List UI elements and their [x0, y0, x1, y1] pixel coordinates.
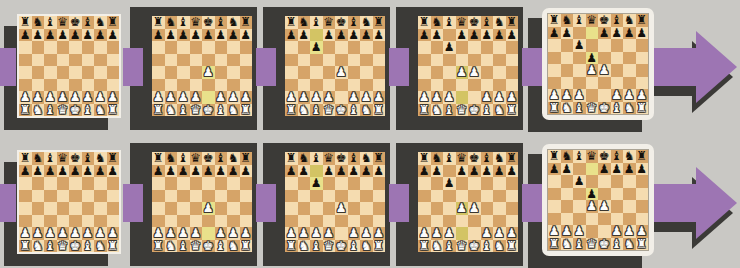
white-pawn-piece: ♟ — [298, 91, 309, 103]
chess-board: ♜♞♝♛♚♝♞♜♟♟♟♟♟♟♟♟♟♟♟♟♟♟♟♟♜♞♝♛♚♝♞♜ — [547, 13, 649, 115]
square-b5 — [32, 190, 45, 203]
square-g5 — [493, 190, 506, 203]
black-pawn-piece: ♟ — [373, 29, 384, 41]
square-a2: ♟ — [19, 91, 32, 104]
square-e2: ♟ — [69, 91, 82, 104]
square-b1: ♞ — [298, 104, 311, 117]
square-a8: ♜ — [285, 16, 298, 29]
square-b1: ♞ — [561, 102, 574, 115]
black-pawn-piece: ♟ — [57, 165, 68, 177]
square-d6 — [323, 177, 336, 190]
square-a4 — [152, 202, 165, 215]
square-b4 — [165, 66, 178, 79]
square-f3 — [82, 215, 95, 228]
black-queen-piece: ♛ — [323, 16, 334, 28]
square-d7: ♟ — [190, 29, 203, 42]
square-d4 — [57, 66, 70, 79]
square-b2: ♟ — [298, 91, 311, 104]
square-a4 — [152, 66, 165, 79]
square-g4 — [493, 66, 506, 79]
square-e3 — [598, 213, 611, 226]
square-g1: ♞ — [94, 240, 107, 253]
white-pawn-piece: ♟ — [469, 66, 480, 78]
square-e5 — [69, 190, 82, 203]
square-g5 — [94, 190, 107, 203]
white-rook-piece: ♜ — [20, 104, 31, 116]
square-c3 — [443, 215, 456, 228]
square-e6 — [598, 175, 611, 188]
white-queen-piece: ♛ — [323, 240, 334, 252]
white-pawn-piece: ♟ — [107, 227, 118, 239]
square-g7: ♟ — [623, 27, 636, 40]
square-d3 — [190, 79, 203, 92]
square-c2: ♟ — [573, 225, 586, 238]
white-knight-piece: ♞ — [361, 104, 372, 116]
square-f1: ♝ — [611, 238, 624, 251]
square-a4 — [418, 202, 431, 215]
square-d5 — [323, 54, 336, 67]
square-h6 — [506, 177, 519, 190]
square-a3 — [19, 215, 32, 228]
square-b5 — [32, 54, 45, 67]
square-c6: ♟ — [310, 41, 323, 54]
square-e4: ♟ — [202, 66, 215, 79]
square-b4 — [165, 202, 178, 215]
square-g3 — [94, 215, 107, 228]
square-h4 — [107, 202, 120, 215]
white-queen-piece: ♛ — [456, 104, 467, 116]
square-e3 — [202, 215, 215, 228]
board-thumbnail-top-row-after-2-d5-selected[interactable]: ♜♞♝♛♚♝♞♜♟♟♟♟♟♟♟♟♟♟♟♟♟♟♟♟♜♞♝♛♚♝♞♜ — [542, 8, 654, 120]
square-h8: ♜ — [240, 152, 253, 165]
board-thumbnail-top-row-after-2-d4[interactable]: ♜♞♝♛♚♝♞♜♟♟♟♟♟♟♟♟♟♟♟♟♟♟♟♟♜♞♝♛♚♝♞♜ — [416, 14, 520, 118]
square-f4 — [611, 64, 624, 77]
square-c1: ♝ — [310, 240, 323, 253]
white-pawn-piece: ♟ — [444, 227, 455, 239]
square-h3 — [240, 215, 253, 228]
board-thumbnail-bottom-row-initial[interactable]: ♜♞♝♛♚♝♞♜♟♟♟♟♟♟♟♟♟♟♟♟♟♟♟♟♜♞♝♛♚♝♞♜ — [17, 150, 121, 254]
black-pawn-piece: ♟ — [419, 29, 430, 41]
square-g1: ♞ — [360, 240, 373, 253]
square-h5 — [636, 188, 649, 201]
square-f4 — [611, 200, 624, 213]
square-g3 — [493, 215, 506, 228]
white-pawn-piece: ♟ — [456, 202, 467, 214]
square-d4: ♟ — [586, 200, 599, 213]
square-d5 — [323, 190, 336, 203]
square-h7: ♟ — [373, 29, 386, 42]
white-pawn-piece: ♟ — [506, 227, 517, 239]
square-f2: ♟ — [215, 227, 228, 240]
square-f7: ♟ — [481, 29, 494, 42]
square-c6: ♟ — [443, 41, 456, 54]
square-h1: ♜ — [373, 104, 386, 117]
white-pawn-piece: ♟ — [574, 89, 585, 101]
square-b8: ♞ — [165, 16, 178, 29]
flow-connector — [256, 184, 276, 222]
square-a4 — [19, 66, 32, 79]
square-d2: ♟ — [57, 227, 70, 240]
black-pawn-piece: ♟ — [178, 165, 189, 177]
square-f8: ♝ — [611, 150, 624, 163]
square-a2: ♟ — [418, 91, 431, 104]
square-g5 — [94, 54, 107, 67]
square-e4: ♟ — [468, 202, 481, 215]
square-d1: ♛ — [190, 240, 203, 253]
square-e4 — [69, 202, 82, 215]
square-h6 — [107, 41, 120, 54]
square-g5 — [227, 190, 240, 203]
white-pawn-piece: ♟ — [153, 227, 164, 239]
opening-flow-canvas: ♜♞♝♛♚♝♞♜♟♟♟♟♟♟♟♟♟♟♟♟♟♟♟♟♜♞♝♛♚♝♞♜♜♞♝♛♚♝♞♜… — [0, 0, 740, 268]
square-e5 — [598, 52, 611, 65]
square-f2: ♟ — [481, 227, 494, 240]
square-f2: ♟ — [611, 225, 624, 238]
square-g3 — [360, 79, 373, 92]
square-h3 — [373, 215, 386, 228]
square-e3 — [468, 79, 481, 92]
square-c6 — [44, 41, 57, 54]
square-e3 — [202, 79, 215, 92]
board-thumbnail-top-row-initial[interactable]: ♜♞♝♛♚♝♞♜♟♟♟♟♟♟♟♟♟♟♟♟♟♟♟♟♜♞♝♛♚♝♞♜ — [17, 14, 121, 118]
square-e2 — [468, 227, 481, 240]
black-queen-piece: ♛ — [586, 14, 597, 26]
square-c8: ♝ — [443, 16, 456, 29]
square-d1: ♛ — [586, 238, 599, 251]
white-pawn-piece: ♟ — [32, 227, 43, 239]
board-thumbnail-bottom-row-after-1-c6[interactable]: ♜♞♝♛♚♝♞♜♟♟♟♟♟♟♟♟♟♟♟♟♟♟♟♟♜♞♝♛♚♝♞♜ — [283, 150, 387, 254]
square-f6 — [82, 177, 95, 190]
square-f5 — [215, 54, 228, 67]
flow-connector — [123, 184, 143, 222]
black-pawn-piece: ♟ — [494, 165, 505, 177]
chess-board: ♜♞♝♛♚♝♞♜♟♟♟♟♟♟♟♟♟♟♟♟♟♟♟♟♜♞♝♛♚♝♞♜ — [17, 150, 121, 254]
square-a6 — [19, 41, 32, 54]
square-h6 — [636, 175, 649, 188]
white-pawn-piece: ♟ — [215, 91, 226, 103]
square-h1: ♜ — [240, 240, 253, 253]
square-f8: ♝ — [611, 14, 624, 27]
square-g7: ♟ — [493, 165, 506, 178]
square-a1: ♜ — [19, 104, 32, 117]
square-h2: ♟ — [636, 89, 649, 102]
square-d6 — [586, 175, 599, 188]
square-f4 — [348, 202, 361, 215]
square-g3 — [623, 213, 636, 226]
black-pawn-piece: ♟ — [481, 29, 492, 41]
white-pawn-piece: ♟ — [70, 91, 81, 103]
square-e6 — [335, 177, 348, 190]
white-pawn-piece: ♟ — [611, 225, 622, 237]
square-a7: ♟ — [19, 165, 32, 178]
flow-connector — [0, 184, 16, 222]
square-e6 — [202, 177, 215, 190]
square-a1: ♜ — [548, 102, 561, 115]
square-g6 — [227, 41, 240, 54]
white-pawn-piece: ♟ — [636, 225, 647, 237]
square-d3 — [323, 79, 336, 92]
white-rook-piece: ♜ — [549, 238, 560, 250]
square-a6 — [19, 177, 32, 190]
black-pawn-piece: ♟ — [336, 29, 347, 41]
black-rook-piece: ♜ — [20, 16, 31, 28]
square-c1: ♝ — [443, 104, 456, 117]
square-e4: ♟ — [468, 66, 481, 79]
white-pawn-piece: ♟ — [165, 91, 176, 103]
board-thumbnail-top-row-after-1-e4[interactable]: ♜♞♝♛♚♝♞♜♟♟♟♟♟♟♟♟♟♟♟♟♟♟♟♟♜♞♝♛♚♝♞♜ — [150, 14, 254, 118]
square-d2 — [456, 91, 469, 104]
black-queen-piece: ♛ — [190, 152, 201, 164]
square-b2: ♟ — [561, 89, 574, 102]
square-c7: ♟ — [44, 165, 57, 178]
square-a6 — [418, 177, 431, 190]
white-king-piece: ♚ — [336, 240, 347, 252]
square-h5 — [107, 190, 120, 203]
square-h2: ♟ — [506, 91, 519, 104]
black-queen-piece: ♛ — [456, 152, 467, 164]
square-f8: ♝ — [82, 16, 95, 29]
square-e8: ♚ — [598, 14, 611, 27]
board-thumbnail-top-row-after-1-c6[interactable]: ♜♞♝♛♚♝♞♜♟♟♟♟♟♟♟♟♟♟♟♟♟♟♟♟♜♞♝♛♚♝♞♜ — [283, 14, 387, 118]
square-c6: ♟ — [310, 177, 323, 190]
square-d7: ♟ — [456, 165, 469, 178]
square-f8: ♝ — [82, 152, 95, 165]
square-d2: ♟ — [190, 227, 203, 240]
square-b1: ♞ — [298, 240, 311, 253]
white-rook-piece: ♜ — [153, 240, 164, 252]
square-a1: ♜ — [152, 104, 165, 117]
square-a5 — [418, 54, 431, 67]
square-b6 — [165, 41, 178, 54]
black-bishop-piece: ♝ — [215, 16, 226, 28]
square-a6 — [418, 41, 431, 54]
square-f6 — [611, 39, 624, 52]
white-pawn-piece: ♟ — [95, 227, 106, 239]
square-b5 — [431, 190, 444, 203]
square-g7: ♟ — [360, 165, 373, 178]
square-d6 — [190, 177, 203, 190]
square-c8: ♝ — [573, 150, 586, 163]
flow-connector — [522, 184, 542, 222]
square-a3 — [285, 215, 298, 228]
square-h3 — [373, 79, 386, 92]
square-e7: ♟ — [468, 165, 481, 178]
square-b8: ♞ — [165, 152, 178, 165]
board-thumbnail-bottom-row-after-2-d5-selected[interactable]: ♜♞♝♛♚♝♞♜♟♟♟♟♟♟♟♟♟♟♟♟♟♟♟♟♜♞♝♛♚♝♞♜ — [542, 144, 654, 256]
black-pawn-piece: ♟ — [32, 165, 43, 177]
square-f6 — [348, 177, 361, 190]
square-g4 — [623, 200, 636, 213]
square-h8: ♜ — [107, 16, 120, 29]
flow-connector — [123, 48, 143, 86]
square-c4 — [573, 200, 586, 213]
black-knight-piece: ♞ — [431, 16, 442, 28]
white-rook-piece: ♜ — [419, 240, 430, 252]
square-f2: ♟ — [611, 89, 624, 102]
black-bishop-piece: ♝ — [611, 14, 622, 26]
square-f4 — [82, 202, 95, 215]
square-c5 — [44, 54, 57, 67]
black-pawn-piece: ♟ — [57, 29, 68, 41]
square-f2: ♟ — [82, 91, 95, 104]
black-pawn-piece: ♟ — [481, 165, 492, 177]
square-a1: ♜ — [285, 104, 298, 117]
square-d4 — [190, 202, 203, 215]
white-queen-piece: ♛ — [190, 104, 201, 116]
square-b3 — [561, 77, 574, 90]
square-f4 — [215, 202, 228, 215]
square-b5 — [298, 54, 311, 67]
white-rook-piece: ♜ — [107, 240, 118, 252]
square-h6 — [506, 41, 519, 54]
board-thumbnail-bottom-row-after-2-d4[interactable]: ♜♞♝♛♚♝♞♜♟♟♟♟♟♟♟♟♟♟♟♟♟♟♟♟♜♞♝♛♚♝♞♜ — [416, 150, 520, 254]
square-f6 — [215, 177, 228, 190]
square-c3 — [44, 215, 57, 228]
white-pawn-piece: ♟ — [190, 91, 201, 103]
square-b8: ♞ — [32, 16, 45, 29]
black-pawn-piece: ♟ — [240, 29, 251, 41]
square-e5 — [69, 54, 82, 67]
square-g3 — [493, 79, 506, 92]
square-e8: ♚ — [69, 152, 82, 165]
square-e1: ♚ — [202, 104, 215, 117]
black-bishop-piece: ♝ — [311, 152, 322, 164]
white-rook-piece: ♜ — [636, 102, 647, 114]
square-h1: ♜ — [506, 240, 519, 253]
black-pawn-piece: ♟ — [549, 27, 560, 39]
square-c1: ♝ — [44, 104, 57, 117]
square-b6 — [32, 41, 45, 54]
square-a5 — [152, 54, 165, 67]
square-a5 — [548, 52, 561, 65]
white-king-piece: ♚ — [203, 104, 214, 116]
square-b6 — [561, 39, 574, 52]
square-a8: ♜ — [19, 16, 32, 29]
white-pawn-piece: ♟ — [45, 91, 56, 103]
chess-board: ♜♞♝♛♚♝♞♜♟♟♟♟♟♟♟♟♟♟♟♟♟♟♟♟♜♞♝♛♚♝♞♜ — [283, 14, 387, 118]
square-h5 — [506, 190, 519, 203]
chess-board: ♜♞♝♛♚♝♞♜♟♟♟♟♟♟♟♟♟♟♟♟♟♟♟♟♜♞♝♛♚♝♞♜ — [150, 150, 254, 254]
white-knight-piece: ♞ — [494, 104, 505, 116]
black-pawn-piece: ♟ — [494, 29, 505, 41]
white-rook-piece: ♜ — [636, 238, 647, 250]
square-g7: ♟ — [94, 165, 107, 178]
black-pawn-piece: ♟ — [624, 163, 635, 175]
white-pawn-piece: ♟ — [107, 91, 118, 103]
square-d8: ♛ — [456, 16, 469, 29]
square-f3 — [481, 215, 494, 228]
square-a7: ♟ — [19, 29, 32, 42]
square-g7: ♟ — [623, 163, 636, 176]
square-b6 — [32, 177, 45, 190]
white-pawn-piece: ♟ — [323, 91, 334, 103]
black-pawn-piece: ♟ — [456, 29, 467, 41]
square-d3 — [323, 215, 336, 228]
black-rook-piece: ♜ — [107, 152, 118, 164]
square-h3 — [506, 215, 519, 228]
black-pawn-piece: ♟ — [311, 41, 322, 53]
black-pawn-piece: ♟ — [506, 29, 517, 41]
square-a8: ♜ — [152, 16, 165, 29]
square-a4 — [548, 64, 561, 77]
white-bishop-piece: ♝ — [82, 240, 93, 252]
square-g4 — [360, 66, 373, 79]
square-h8: ♜ — [506, 16, 519, 29]
white-pawn-piece: ♟ — [561, 225, 572, 237]
black-pawn-piece: ♟ — [286, 165, 297, 177]
square-h5 — [240, 54, 253, 67]
black-bishop-piece: ♝ — [481, 152, 492, 164]
square-f1: ♝ — [481, 104, 494, 117]
square-g6 — [623, 175, 636, 188]
black-pawn-piece: ♟ — [599, 163, 610, 175]
board-thumbnail-bottom-row-after-1-e4[interactable]: ♜♞♝♛♚♝♞♜♟♟♟♟♟♟♟♟♟♟♟♟♟♟♟♟♜♞♝♛♚♝♞♜ — [150, 150, 254, 254]
square-d2: ♟ — [323, 227, 336, 240]
square-d8: ♛ — [586, 150, 599, 163]
square-f2: ♟ — [215, 91, 228, 104]
square-f6 — [481, 41, 494, 54]
square-g4 — [493, 202, 506, 215]
white-pawn-piece: ♟ — [165, 227, 176, 239]
square-f5 — [348, 54, 361, 67]
black-knight-piece: ♞ — [228, 152, 239, 164]
black-rook-piece: ♜ — [240, 16, 251, 28]
black-king-piece: ♚ — [70, 16, 81, 28]
square-f5 — [611, 188, 624, 201]
square-g2: ♟ — [493, 91, 506, 104]
square-a4 — [418, 66, 431, 79]
black-queen-piece: ♛ — [57, 152, 68, 164]
square-g1: ♞ — [493, 240, 506, 253]
black-bishop-piece: ♝ — [611, 150, 622, 162]
white-bishop-piece: ♝ — [215, 240, 226, 252]
square-h7: ♟ — [240, 165, 253, 178]
square-b3 — [298, 79, 311, 92]
square-f5 — [82, 54, 95, 67]
white-king-piece: ♚ — [599, 238, 610, 250]
black-knight-piece: ♞ — [561, 14, 572, 26]
flow-arrow-right — [648, 184, 696, 222]
square-f2: ♟ — [348, 227, 361, 240]
square-f6 — [215, 41, 228, 54]
square-a1: ♜ — [418, 104, 431, 117]
white-pawn-piece: ♟ — [311, 227, 322, 239]
square-b1: ♞ — [32, 104, 45, 117]
square-d3 — [456, 215, 469, 228]
square-h2: ♟ — [373, 227, 386, 240]
square-h3 — [107, 215, 120, 228]
square-h5 — [240, 190, 253, 203]
black-pawn-piece: ♟ — [444, 177, 455, 189]
square-f1: ♝ — [82, 104, 95, 117]
square-h1: ♜ — [107, 240, 120, 253]
white-rook-piece: ♜ — [107, 104, 118, 116]
square-b2: ♟ — [561, 225, 574, 238]
square-d8: ♛ — [323, 16, 336, 29]
square-g7: ♟ — [94, 29, 107, 42]
flow-arrow-right-head — [696, 31, 737, 103]
square-g2: ♟ — [493, 227, 506, 240]
square-c7: ♟ — [177, 29, 190, 42]
black-pawn-piece: ♟ — [636, 163, 647, 175]
square-g1: ♞ — [360, 104, 373, 117]
square-e5 — [335, 54, 348, 67]
square-h3 — [506, 79, 519, 92]
square-d4: ♟ — [586, 64, 599, 77]
black-pawn-piece: ♟ — [215, 29, 226, 41]
square-b4 — [32, 66, 45, 79]
square-e4: ♟ — [598, 64, 611, 77]
